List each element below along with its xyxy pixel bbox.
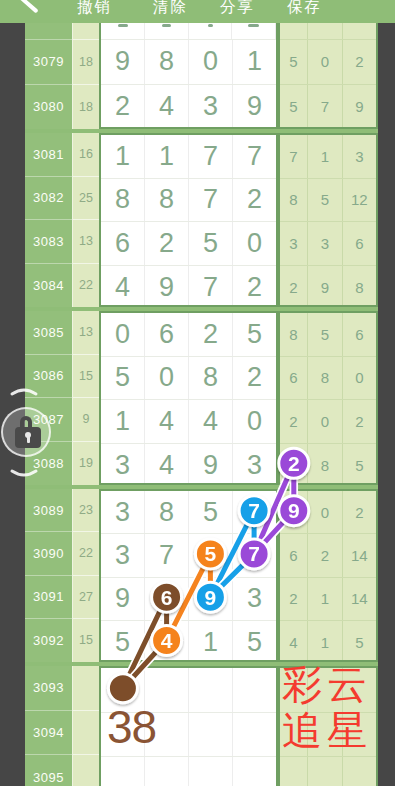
lock-drag-widget[interactable] [0, 383, 56, 483]
share-button[interactable]: 分享 [220, 0, 255, 16]
trend-dot-brown[interactable] [108, 674, 137, 703]
trend-circle-purple[interactable]: 7 [239, 539, 269, 569]
trend-circle-label: 9 [205, 586, 217, 609]
trend-circle-orange[interactable]: 4 [152, 625, 182, 655]
toolbar: 撤销 清除 分享 保存 [0, 0, 395, 23]
trend-circle-label: 7 [248, 499, 260, 522]
trend-circle-brown[interactable]: 6 [152, 582, 182, 612]
trend-circle-orange[interactable]: 5 [195, 539, 225, 569]
trend-overlay: 29757694 [0, 0, 395, 786]
trend-circle-label: 7 [248, 542, 260, 565]
trend-circle-label: 4 [161, 629, 173, 652]
trend-circle-blue[interactable]: 7 [239, 496, 269, 526]
app-screen: 撤销 清除 分享 保存 3079308018189801243950257930… [0, 0, 395, 786]
save-button[interactable]: 保存 [287, 0, 322, 16]
chevron-up-icon[interactable] [4, 383, 44, 397]
trend-circle-purple[interactable]: 2 [279, 448, 309, 478]
chevron-down-icon[interactable] [4, 468, 44, 482]
back-icon[interactable] [20, 0, 39, 13]
trend-circle-label: 2 [288, 452, 300, 475]
trend-circle-label: 5 [205, 542, 217, 565]
clear-button[interactable]: 清除 [153, 0, 188, 16]
trend-circle-purple[interactable]: 9 [279, 496, 309, 526]
undo-button[interactable]: 撤销 [77, 0, 112, 16]
trend-circle-label: 9 [288, 499, 300, 522]
lock-icon [14, 416, 42, 450]
trend-circle-blue[interactable]: 9 [195, 582, 225, 612]
trend-circle-label: 6 [161, 586, 173, 609]
